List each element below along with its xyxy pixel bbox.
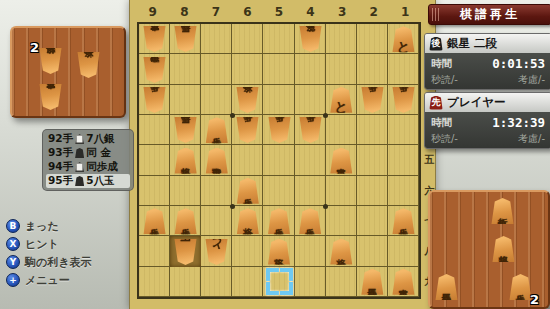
board-square[interactable] (326, 206, 357, 236)
control-hint-B[interactable]: Bまった (6, 219, 92, 233)
board-square[interactable] (295, 267, 326, 297)
board-square[interactable] (139, 267, 170, 297)
board-square[interactable] (139, 236, 170, 266)
board-square[interactable] (295, 54, 326, 84)
gote-time-label: 時間 (431, 57, 452, 71)
sente-card-body: 時間 1:32:39 秒読/- 考慮/- (425, 112, 550, 148)
gote-name: 銀星 二段 (447, 36, 497, 51)
board-square[interactable] (357, 176, 388, 206)
move-number: 94手 (48, 160, 73, 174)
sente-piece-icon (75, 148, 84, 158)
piece-sente[interactable]: 桂馬 (434, 274, 459, 300)
mode-title-bar: 棋譜再生 (428, 4, 550, 25)
piece-sente[interactable]: 角行 (490, 198, 515, 224)
board-square[interactable] (388, 176, 419, 206)
move-list-row[interactable]: 95手5八玉 (46, 174, 130, 188)
file-label: 2 (358, 4, 390, 21)
move-list[interactable]: 92手7八銀93手同 金94手同歩成95手5八玉 (42, 129, 134, 191)
board-square[interactable] (263, 54, 294, 84)
board-square[interactable] (357, 24, 388, 54)
board-square[interactable] (388, 145, 419, 175)
button-X-icon[interactable]: X (6, 237, 20, 251)
hoshi-dot (230, 204, 235, 209)
board-square[interactable] (326, 24, 357, 54)
move-list-row[interactable]: 94手同歩成 (46, 160, 130, 174)
control-hint-+[interactable]: +メニュー (6, 273, 92, 287)
board-square[interactable] (295, 236, 326, 266)
controller-hints: BまったXヒントY駒の利き表示+メニュー (6, 219, 92, 287)
file-label: 6 (232, 4, 264, 21)
hoshi-dot (323, 113, 328, 118)
board-square[interactable] (201, 85, 232, 115)
sente-card-header: 先 プレイヤー (425, 93, 550, 112)
board-square[interactable] (232, 145, 263, 175)
move-text: 同歩成 (86, 160, 118, 174)
gote-card-body: 時間 0:01:53 秒読/- 考慮/- (425, 53, 550, 89)
board-square[interactable] (170, 176, 201, 206)
sente-name: プレイヤー (447, 95, 506, 110)
board-square[interactable] (326, 176, 357, 206)
board-cursor (266, 268, 293, 295)
board-square[interactable] (263, 85, 294, 115)
board-square[interactable] (357, 145, 388, 175)
board-square[interactable] (263, 176, 294, 206)
hoshi-dot (323, 204, 328, 209)
sente-consider: 考慮/- (518, 132, 545, 146)
captured-count-badge: 2 (530, 292, 539, 307)
sente-time-value: 1:32:39 (492, 115, 545, 130)
move-number: 95手 (48, 174, 73, 188)
file-label: 4 (295, 4, 327, 21)
control-label: メニュー (25, 273, 70, 288)
board-square[interactable] (232, 54, 263, 84)
sente-time-label: 時間 (431, 116, 452, 130)
gote-card-header: 後 銀星 二段 (425, 34, 550, 53)
board-square[interactable] (263, 24, 294, 54)
sente-badge: 先 (429, 96, 443, 110)
hoshi-dot (230, 113, 235, 118)
gote-byoyomi: 秒読/- (431, 73, 458, 87)
gote-time-value: 0:01:53 (492, 56, 545, 71)
move-text: 7八銀 (86, 132, 114, 146)
sente-byoyomi: 秒読/- (431, 132, 458, 146)
piece-sente[interactable]: 銀将 (491, 236, 516, 262)
board-square[interactable] (201, 54, 232, 84)
file-label: 7 (200, 4, 232, 21)
button-+-icon[interactable]: + (6, 273, 20, 287)
gote-captured-tray: 銀将2金将香車 (10, 26, 126, 118)
board-square[interactable] (263, 145, 294, 175)
sente-player-card: 先 プレイヤー 時間 1:32:39 秒読/- 考慮/- (424, 92, 550, 149)
board-square[interactable] (232, 236, 263, 266)
gote-badge: 後 (429, 37, 443, 51)
board-square[interactable] (232, 267, 263, 297)
board-square[interactable] (295, 85, 326, 115)
move-list-row[interactable]: 92手7八銀 (46, 132, 130, 146)
board-square[interactable] (232, 24, 263, 54)
rank-label: 五 (423, 145, 436, 175)
file-labels: 987654321 (137, 4, 421, 21)
board-square[interactable] (201, 267, 232, 297)
button-Y-icon[interactable]: Y (6, 255, 20, 269)
shogi-replay-screen: 銀将2金将香車 987654321 香車桂馬玉将と飛車歩兵金将と歩兵歩兵桂馬歩兵… (0, 0, 550, 309)
control-label: ヒント (25, 237, 59, 252)
board-square[interactable] (326, 54, 357, 84)
board-square[interactable] (139, 176, 170, 206)
move-number: 92手 (48, 132, 73, 146)
piece-gote[interactable]: 銀将 (38, 48, 63, 74)
board-square[interactable] (170, 54, 201, 84)
file-label: 9 (137, 4, 169, 21)
control-hint-X[interactable]: Xヒント (6, 237, 92, 251)
board-square[interactable] (139, 115, 170, 145)
board-square[interactable] (170, 85, 201, 115)
board-square[interactable] (357, 54, 388, 84)
board-square[interactable] (139, 145, 170, 175)
move-text: 5八玉 (86, 174, 114, 188)
board-panel: 987654321 香車桂馬玉将と飛車歩兵金将と歩兵歩兵桂馬歩兵歩兵歩兵歩兵銀将… (129, 0, 436, 309)
control-label: 駒の利き表示 (25, 255, 92, 270)
file-label: 8 (169, 4, 201, 21)
board-square[interactable] (170, 267, 201, 297)
shogi-board[interactable]: 香車桂馬玉将と飛車歩兵金将と歩兵歩兵桂馬歩兵歩兵歩兵歩兵銀将飛車香車歩兵歩兵歩兵… (137, 22, 421, 299)
board-square[interactable] (326, 115, 357, 145)
board-square[interactable] (388, 54, 419, 84)
sente-captured-tray: 角行銀将桂馬歩兵2 (428, 190, 550, 309)
gote-piece-icon (75, 162, 84, 172)
board-square[interactable] (295, 176, 326, 206)
captured-count-badge: 2 (30, 40, 39, 55)
gote-consider: 考慮/- (518, 73, 545, 87)
board-square[interactable] (295, 145, 326, 175)
board-square[interactable] (201, 206, 232, 236)
board-square[interactable] (201, 176, 232, 206)
mode-title: 棋譜再生 (460, 6, 520, 23)
button-B-icon[interactable]: B (6, 219, 20, 233)
board-square[interactable] (326, 267, 357, 297)
gote-player-card: 後 銀星 二段 時間 0:01:53 秒読/- 考慮/- (424, 33, 550, 90)
file-label: 5 (263, 4, 295, 21)
move-number: 93手 (48, 146, 73, 160)
piece-gote[interactable]: 香車 (38, 84, 63, 110)
board-square[interactable] (201, 24, 232, 54)
board-square[interactable] (388, 115, 419, 145)
board-square[interactable] (357, 206, 388, 236)
sente-piece-icon (75, 176, 84, 186)
board-square[interactable] (357, 115, 388, 145)
control-label: まった (25, 219, 59, 234)
board-square[interactable] (388, 236, 419, 266)
move-text: 同 金 (86, 146, 111, 160)
board-square[interactable] (357, 236, 388, 266)
control-hint-Y[interactable]: Y駒の利き表示 (6, 255, 92, 269)
file-label: 3 (326, 4, 358, 21)
file-label: 1 (389, 4, 421, 21)
piece-gote[interactable]: 金将 (76, 52, 101, 78)
gote-piece-icon (75, 134, 84, 144)
move-list-row[interactable]: 93手同 金 (46, 146, 130, 160)
